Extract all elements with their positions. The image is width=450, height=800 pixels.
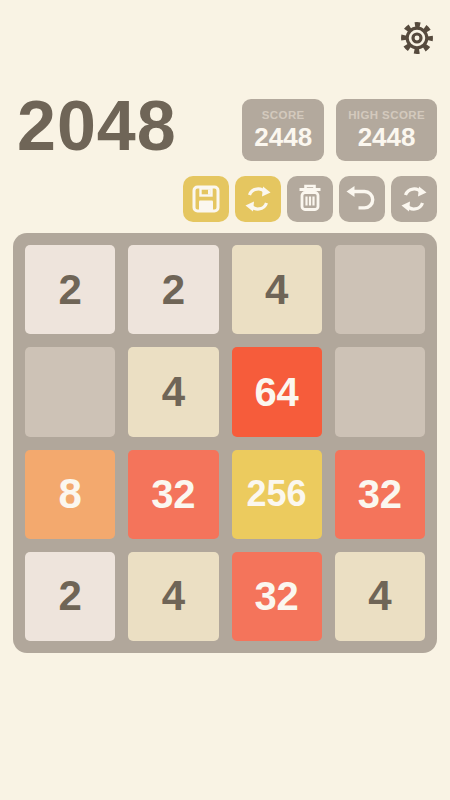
score-value: 2448: [254, 123, 312, 153]
tile-2: 2: [25, 245, 115, 334]
rotate-sync-icon: [235, 176, 281, 222]
tile-8: 8: [25, 450, 115, 539]
save-button[interactable]: [183, 176, 229, 222]
score-label: SCORE: [262, 109, 305, 123]
tile-32: 32: [335, 450, 425, 539]
page-title: 2048: [17, 91, 177, 161]
board[interactable]: 2244648322563224324: [13, 233, 437, 653]
tile-4: 4: [128, 347, 218, 436]
settings-button[interactable]: [396, 17, 438, 59]
tile-2: 2: [25, 552, 115, 641]
gear-icon: [398, 19, 436, 57]
undo-arrow-icon: [339, 176, 385, 222]
rotate-sync-icon: [391, 176, 437, 222]
clear-button[interactable]: [287, 176, 333, 222]
tile-64: 64: [232, 347, 322, 436]
empty-cell: [335, 245, 425, 334]
high-score-box: HIGH SCORE 2448: [336, 99, 437, 161]
trash-icon: [287, 176, 333, 222]
tile-4: 4: [232, 245, 322, 334]
tile-256: 256: [232, 450, 322, 539]
floppy-disk-icon: [183, 176, 229, 222]
tile-32: 32: [128, 450, 218, 539]
undo-button[interactable]: [339, 176, 385, 222]
toolbar: [183, 176, 437, 222]
tile-4: 4: [335, 552, 425, 641]
new-game-button[interactable]: [235, 176, 281, 222]
restart-button[interactable]: [391, 176, 437, 222]
tile-2: 2: [128, 245, 218, 334]
high-score-value: 2448: [358, 123, 416, 153]
scoreboard: SCORE 2448 HIGH SCORE 2448: [242, 99, 437, 161]
game-screen: 2048 SCORE 2448 HIGH SCORE 2448: [0, 0, 450, 800]
tile-32: 32: [232, 552, 322, 641]
high-score-label: HIGH SCORE: [348, 109, 425, 123]
tile-4: 4: [128, 552, 218, 641]
empty-cell: [25, 347, 115, 436]
score-box: SCORE 2448: [242, 99, 324, 161]
empty-cell: [335, 347, 425, 436]
